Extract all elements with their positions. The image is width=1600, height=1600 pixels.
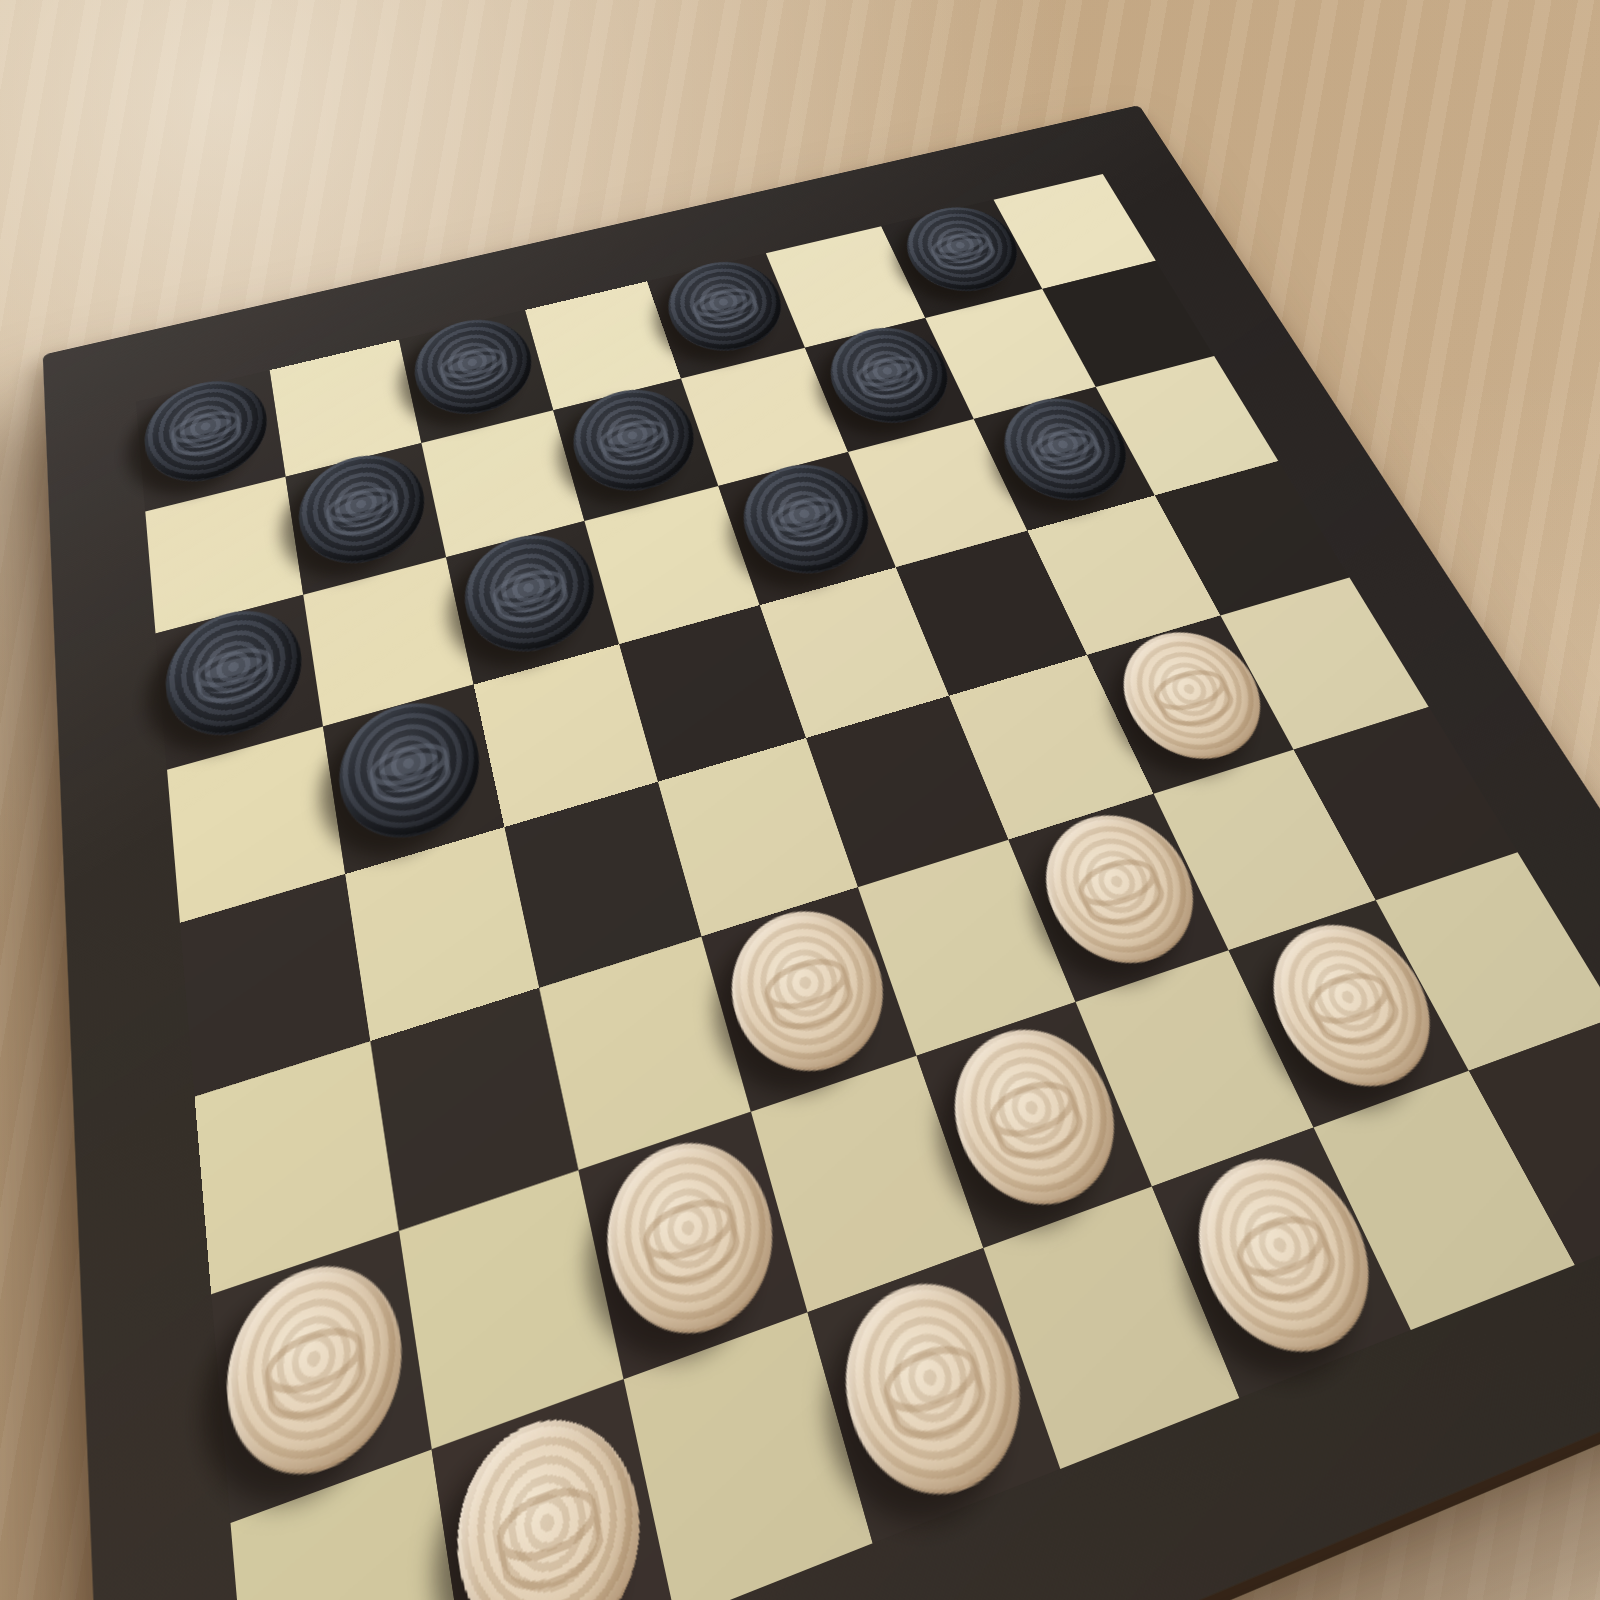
square-c4r4[interactable] xyxy=(619,605,806,782)
dark-piece[interactable]: ⛂ xyxy=(330,688,491,855)
dark-piece[interactable]: ⛂ xyxy=(161,597,309,752)
dark-man-glyph: ⛂ xyxy=(429,323,517,408)
light-piece[interactable]: ⛀ xyxy=(219,1243,415,1502)
light-man-glyph: ⛀ xyxy=(964,1035,1103,1192)
board-grid: ⛂⛂⛂⛂⛂⛂⛂⛂⛂⛂⛂⛂⛀⛀⛀⛀⛀⛀⛀⛀⛀⛀ xyxy=(136,174,1600,1600)
dark-piece[interactable]: ⛂ xyxy=(454,522,607,666)
light-man-glyph: ⛀ xyxy=(858,1290,1007,1479)
light-man-glyph: ⛀ xyxy=(624,1149,757,1320)
square-c4r8[interactable]: ⛀ xyxy=(807,1248,1060,1543)
table-surface: ⛂⛂⛂⛂⛂⛂⛂⛂⛂⛂⛂⛂⛀⛀⛀⛀⛀⛀⛀⛀⛀⛀ xyxy=(0,0,1600,1600)
dark-piece[interactable]: ⛂ xyxy=(141,370,273,495)
dark-man-glyph: ⛂ xyxy=(914,210,1009,285)
dark-man-glyph: ⛂ xyxy=(679,265,771,345)
dark-man-glyph: ⛂ xyxy=(316,459,408,556)
dark-man-glyph: ⛂ xyxy=(754,468,858,565)
light-man-glyph: ⛀ xyxy=(1054,820,1184,953)
dark-man-glyph: ⛂ xyxy=(839,331,938,416)
checkers-board: ⛂⛂⛂⛂⛂⛂⛂⛂⛂⛂⛂⛂⛀⛀⛀⛀⛀⛀⛀⛀⛀⛀ xyxy=(43,105,1600,1600)
light-man-glyph: ⛀ xyxy=(479,1427,620,1600)
light-man-glyph: ⛀ xyxy=(1279,930,1423,1075)
light-piece[interactable]: ⛀ xyxy=(1171,1137,1401,1377)
light-man-glyph: ⛀ xyxy=(1206,1165,1361,1338)
light-piece[interactable]: ⛀ xyxy=(714,893,905,1092)
dark-man-glyph: ⛂ xyxy=(358,707,462,828)
light-man-glyph: ⛀ xyxy=(253,1272,379,1458)
square-c7r4[interactable] xyxy=(1027,495,1220,655)
dark-man-glyph: ⛂ xyxy=(187,615,282,726)
dark-piece[interactable]: ⛂ xyxy=(406,309,542,426)
dark-man-glyph: ⛂ xyxy=(480,539,580,643)
light-man-glyph: ⛀ xyxy=(1130,636,1253,750)
square-c3r6[interactable] xyxy=(539,936,751,1170)
dark-man-glyph: ⛂ xyxy=(1011,402,1118,493)
square-c2r4[interactable]: ⛂ xyxy=(323,685,504,875)
dark-man-glyph: ⛂ xyxy=(164,384,249,474)
light-man-glyph: ⛀ xyxy=(744,916,870,1059)
dark-man-glyph: ⛂ xyxy=(586,393,682,484)
